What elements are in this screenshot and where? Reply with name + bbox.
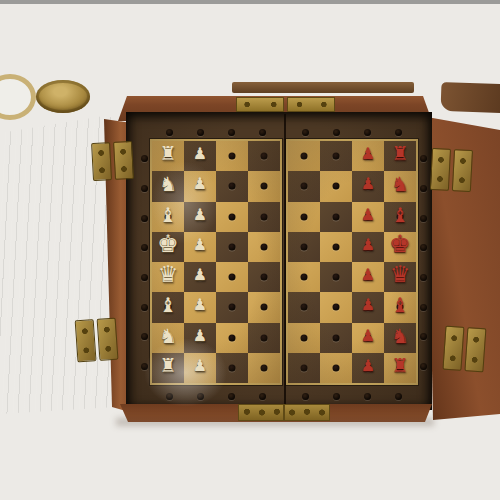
square-r6c4[interactable]: [248, 292, 280, 322]
square-r3c4[interactable]: [248, 202, 280, 232]
peg-hole: [364, 129, 371, 136]
peg-hole: [420, 155, 427, 162]
peg-hole: [364, 393, 371, 400]
piece-white-king[interactable]: ♚: [157, 232, 179, 256]
square-r8c4[interactable]: [248, 353, 280, 383]
peg-hole: [395, 129, 402, 136]
square-r2c7[interactable]: ♟: [352, 171, 384, 201]
square-r4c3[interactable]: [216, 232, 248, 262]
square-r5c4[interactable]: [248, 262, 280, 292]
piece-red-queen[interactable]: ♛: [390, 263, 411, 286]
piece-red-bishop[interactable]: ♝: [391, 204, 409, 224]
piece-white-bishop[interactable]: ♝: [159, 204, 177, 224]
square-r2c5[interactable]: [288, 171, 320, 201]
peg-hole: [333, 129, 340, 136]
peg-hole: [420, 363, 427, 370]
square-r3c6[interactable]: [320, 202, 352, 232]
piece-red-knight[interactable]: ♞: [391, 325, 409, 345]
brass-hinge: [75, 318, 119, 361]
peg-hole: [420, 215, 427, 222]
square-r4c2[interactable]: ♟: [184, 232, 216, 262]
piece-white-pawn[interactable]: ♟: [193, 267, 207, 283]
square-r3c2[interactable]: ♟: [184, 202, 216, 232]
square-r8c2[interactable]: ♟: [184, 353, 216, 383]
piece-white-rook[interactable]: ♜: [159, 144, 176, 163]
square-r7c6[interactable]: [320, 323, 352, 353]
square-r2c2[interactable]: ♟: [184, 171, 216, 201]
peg-hole: [141, 155, 148, 162]
square-r6c2[interactable]: ♟: [184, 292, 216, 322]
square-r4c6[interactable]: [320, 232, 352, 262]
piece-white-pawn[interactable]: ♟: [193, 328, 207, 344]
square-r6c7[interactable]: ♟: [352, 292, 384, 322]
piece-white-pawn[interactable]: ♟: [193, 237, 207, 253]
piece-red-rook[interactable]: ♜: [391, 356, 408, 375]
piece-white-queen[interactable]: ♛: [158, 263, 179, 286]
square-r6c6[interactable]: [320, 292, 352, 322]
square-r5c5[interactable]: [288, 262, 320, 292]
brass-latch-plate: [236, 97, 284, 112]
board-squares-right: ♟♜♟♞♟♝♟♚♟♛♟♝♟♞♟♜: [286, 139, 418, 385]
square-r5c6[interactable]: [320, 262, 352, 292]
piece-white-pawn[interactable]: ♟: [193, 146, 207, 162]
square-r7c1[interactable]: ♞: [152, 323, 184, 353]
peg-hole: [141, 274, 148, 281]
square-r8c6[interactable]: [320, 353, 352, 383]
square-r3c5[interactable]: [288, 202, 320, 232]
peg-hole: [166, 393, 173, 400]
piece-red-bishop[interactable]: ♝: [391, 295, 409, 315]
hinge-leaf: [442, 326, 464, 371]
square-r6c5[interactable]: [288, 292, 320, 322]
hinge-leaf: [464, 327, 486, 372]
brass-weight-icon: [36, 80, 90, 113]
square-r6c8[interactable]: ♝: [384, 292, 416, 322]
wooden-strip: [232, 82, 414, 93]
piece-white-pawn[interactable]: ♟: [193, 176, 207, 192]
peg-hole: [420, 304, 427, 311]
piece-white-rook[interactable]: ♜: [159, 356, 176, 375]
square-r4c4[interactable]: [248, 232, 280, 262]
square-r2c6[interactable]: [320, 171, 352, 201]
square-r7c8[interactable]: ♞: [384, 323, 416, 353]
brass-latch-plate: [287, 97, 335, 112]
piece-red-pawn[interactable]: ♟: [361, 297, 375, 313]
peg-hole: [259, 393, 266, 400]
peg-hole: [141, 215, 148, 222]
hinge-leaf: [75, 319, 97, 362]
square-r3c8[interactable]: ♝: [384, 202, 416, 232]
photo-scene: ♜♟♞♟♝♟♚♟♛♟♝♟♞♟♜♟ ♟♜♟♞♟♝♟♚♟♛♟♝♟♞♟♜: [0, 0, 500, 500]
square-r3c3[interactable]: [216, 202, 248, 232]
square-r2c3[interactable]: [216, 171, 248, 201]
square-r1c5[interactable]: [288, 141, 320, 171]
square-r8c3[interactable]: [216, 353, 248, 383]
board-fold-seam: [284, 114, 286, 410]
square-r2c8[interactable]: ♞: [384, 171, 416, 201]
piece-red-rook[interactable]: ♜: [391, 144, 408, 163]
peg-hole: [420, 244, 427, 251]
piece-red-pawn[interactable]: ♟: [361, 207, 375, 223]
peg-hole: [141, 304, 148, 311]
square-r7c5[interactable]: [288, 323, 320, 353]
square-r7c7[interactable]: ♟: [352, 323, 384, 353]
brass-pan-icon: [0, 74, 36, 120]
piece-red-pawn[interactable]: ♟: [361, 176, 375, 192]
square-r8c8[interactable]: ♜: [384, 353, 416, 383]
peg-hole: [302, 129, 309, 136]
peg-hole: [141, 363, 148, 370]
piece-red-pawn[interactable]: ♟: [361, 267, 375, 283]
piece-white-pawn[interactable]: ♟: [193, 297, 207, 313]
square-r5c8[interactable]: ♛: [384, 262, 416, 292]
square-r5c1[interactable]: ♛: [152, 262, 184, 292]
photo-edge-strip: [0, 0, 500, 4]
peg-hole: [259, 129, 266, 136]
peg-hole: [228, 393, 235, 400]
square-r3c1[interactable]: ♝: [152, 202, 184, 232]
square-r1c6[interactable]: [320, 141, 352, 171]
piece-white-pawn[interactable]: ♟: [193, 358, 207, 374]
hinge-leaf: [452, 149, 473, 192]
brass-hinge: [430, 148, 473, 190]
hinge-leaf: [430, 148, 451, 191]
square-r5c7[interactable]: ♟: [352, 262, 384, 292]
hinge-leaf: [97, 318, 119, 361]
square-r3c7[interactable]: ♟: [352, 202, 384, 232]
peg-hole: [197, 393, 204, 400]
peg-hole: [141, 244, 148, 251]
square-r8c5[interactable]: [288, 353, 320, 383]
square-r7c2[interactable]: ♟: [184, 323, 216, 353]
brass-hinge-plate: [238, 404, 284, 421]
piece-white-pawn[interactable]: ♟: [193, 207, 207, 223]
wooden-case-corner: [441, 82, 500, 113]
square-r4c7[interactable]: ♟: [352, 232, 384, 262]
piece-white-knight[interactable]: ♞: [159, 174, 177, 194]
square-r4c5[interactable]: [288, 232, 320, 262]
peg-hole: [302, 393, 309, 400]
hinge-leaf: [113, 141, 134, 180]
square-r7c4[interactable]: [248, 323, 280, 353]
square-r5c2[interactable]: ♟: [184, 262, 216, 292]
square-r1c4[interactable]: [248, 141, 280, 171]
board-half-right: ♟♜♟♞♟♝♟♚♟♛♟♝♟♞♟♜: [285, 138, 419, 386]
board-half-left: ♜♟♞♟♝♟♚♟♛♟♝♟♞♟♜♟: [149, 138, 283, 386]
peg-hole: [228, 129, 235, 136]
peg-hole: [420, 333, 427, 340]
peg-hole: [141, 333, 148, 340]
peg-hole: [197, 129, 204, 136]
piece-white-bishop[interactable]: ♝: [159, 295, 177, 315]
peg-hole: [141, 185, 148, 192]
piece-red-knight[interactable]: ♞: [391, 174, 409, 194]
square-r8c1[interactable]: ♜: [152, 353, 184, 383]
piece-white-knight[interactable]: ♞: [159, 325, 177, 345]
board-squares-left: ♜♟♞♟♝♟♚♟♛♟♝♟♞♟♜♟: [150, 139, 282, 385]
peg-hole: [166, 129, 173, 136]
peg-hole: [395, 393, 402, 400]
square-r1c8[interactable]: ♜: [384, 141, 416, 171]
square-r1c7[interactable]: ♟: [352, 141, 384, 171]
peg-hole: [420, 185, 427, 192]
brass-hinge-plate: [284, 404, 330, 421]
square-r7c3[interactable]: [216, 323, 248, 353]
square-r8c7[interactable]: ♟: [352, 353, 384, 383]
peg-hole: [333, 393, 340, 400]
square-r5c3[interactable]: [216, 262, 248, 292]
square-r1c2[interactable]: ♟: [184, 141, 216, 171]
piece-red-pawn[interactable]: ♟: [361, 358, 375, 374]
brass-hinge: [91, 141, 134, 179]
piece-red-pawn[interactable]: ♟: [361, 146, 375, 162]
square-r2c4[interactable]: [248, 171, 280, 201]
piece-red-king[interactable]: ♚: [389, 232, 411, 256]
square-r4c8[interactable]: ♚: [384, 232, 416, 262]
hinge-leaf: [91, 142, 112, 181]
peg-hole: [420, 274, 427, 281]
square-r6c1[interactable]: ♝: [152, 292, 184, 322]
piece-red-pawn[interactable]: ♟: [361, 328, 375, 344]
brass-hinge: [443, 326, 487, 371]
square-r1c3[interactable]: [216, 141, 248, 171]
square-r4c1[interactable]: ♚: [152, 232, 184, 262]
piece-red-pawn[interactable]: ♟: [361, 237, 375, 253]
square-r6c3[interactable]: [216, 292, 248, 322]
square-r2c1[interactable]: ♞: [152, 171, 184, 201]
square-r1c1[interactable]: ♜: [152, 141, 184, 171]
